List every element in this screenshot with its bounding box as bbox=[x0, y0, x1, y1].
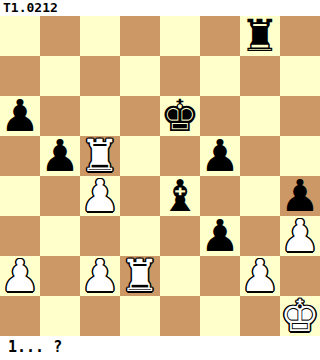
square-c8[interactable] bbox=[80, 16, 120, 56]
white-pawn: ♟ bbox=[240, 257, 279, 295]
square-a5[interactable] bbox=[0, 136, 40, 176]
square-b1[interactable] bbox=[40, 296, 80, 336]
square-e2[interactable] bbox=[160, 256, 200, 296]
chess-board: ♜♟♚♟♜♟♟♝♟♟♟♟♟♜♟♚ bbox=[0, 16, 320, 336]
square-d2[interactable]: ♜ bbox=[120, 256, 160, 296]
square-f3[interactable]: ♟ bbox=[200, 216, 240, 256]
square-h8[interactable] bbox=[280, 16, 320, 56]
black-bishop: ♝ bbox=[160, 177, 199, 215]
white-king: ♚ bbox=[280, 297, 319, 335]
square-f5[interactable]: ♟ bbox=[200, 136, 240, 176]
square-e1[interactable] bbox=[160, 296, 200, 336]
white-rook: ♜ bbox=[120, 257, 159, 295]
chess-diagram: T1.0212 ♜♟♚♟♜♟♟♝♟♟♟♟♟♜♟♚ 1... ? bbox=[0, 0, 320, 360]
square-b8[interactable] bbox=[40, 16, 80, 56]
square-g1[interactable] bbox=[240, 296, 280, 336]
square-c2[interactable]: ♟ bbox=[80, 256, 120, 296]
square-h7[interactable] bbox=[280, 56, 320, 96]
square-b3[interactable] bbox=[40, 216, 80, 256]
square-d6[interactable] bbox=[120, 96, 160, 136]
square-b7[interactable] bbox=[40, 56, 80, 96]
white-pawn: ♟ bbox=[0, 257, 39, 295]
square-g5[interactable] bbox=[240, 136, 280, 176]
square-b5[interactable]: ♟ bbox=[40, 136, 80, 176]
square-a6[interactable]: ♟ bbox=[0, 96, 40, 136]
black-pawn: ♟ bbox=[200, 217, 239, 255]
square-h1[interactable]: ♚ bbox=[280, 296, 320, 336]
black-king: ♚ bbox=[160, 97, 199, 135]
square-f1[interactable] bbox=[200, 296, 240, 336]
black-pawn: ♟ bbox=[0, 97, 39, 135]
square-c4[interactable]: ♟ bbox=[80, 176, 120, 216]
square-c7[interactable] bbox=[80, 56, 120, 96]
square-d7[interactable] bbox=[120, 56, 160, 96]
square-b2[interactable] bbox=[40, 256, 80, 296]
white-pawn: ♟ bbox=[80, 257, 119, 295]
square-d5[interactable] bbox=[120, 136, 160, 176]
square-g6[interactable] bbox=[240, 96, 280, 136]
square-d4[interactable] bbox=[120, 176, 160, 216]
square-a4[interactable] bbox=[0, 176, 40, 216]
square-c1[interactable] bbox=[80, 296, 120, 336]
square-g4[interactable] bbox=[240, 176, 280, 216]
square-e3[interactable] bbox=[160, 216, 200, 256]
square-a1[interactable] bbox=[0, 296, 40, 336]
square-e4[interactable]: ♝ bbox=[160, 176, 200, 216]
square-f2[interactable] bbox=[200, 256, 240, 296]
square-f8[interactable] bbox=[200, 16, 240, 56]
square-h3[interactable]: ♟ bbox=[280, 216, 320, 256]
square-d1[interactable] bbox=[120, 296, 160, 336]
white-pawn: ♟ bbox=[80, 177, 119, 215]
black-pawn: ♟ bbox=[40, 137, 79, 175]
black-rook: ♜ bbox=[240, 17, 279, 55]
square-g7[interactable] bbox=[240, 56, 280, 96]
square-g8[interactable]: ♜ bbox=[240, 16, 280, 56]
square-e8[interactable] bbox=[160, 16, 200, 56]
square-g2[interactable]: ♟ bbox=[240, 256, 280, 296]
white-pawn: ♟ bbox=[280, 217, 319, 255]
square-h6[interactable] bbox=[280, 96, 320, 136]
square-f7[interactable] bbox=[200, 56, 240, 96]
square-b4[interactable] bbox=[40, 176, 80, 216]
square-a8[interactable] bbox=[0, 16, 40, 56]
square-d8[interactable] bbox=[120, 16, 160, 56]
black-pawn: ♟ bbox=[200, 137, 239, 175]
square-e6[interactable]: ♚ bbox=[160, 96, 200, 136]
square-a2[interactable]: ♟ bbox=[0, 256, 40, 296]
move-prompt: 1... ? bbox=[0, 336, 320, 360]
